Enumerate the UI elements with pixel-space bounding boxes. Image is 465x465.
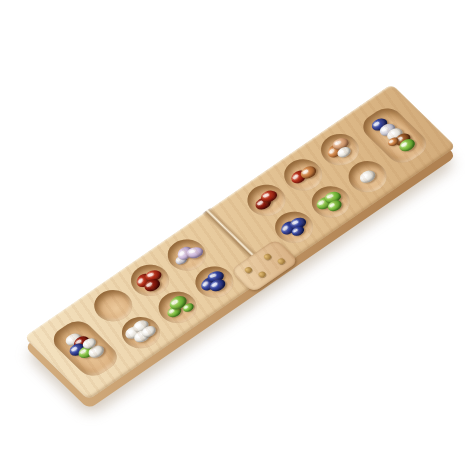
product-photo-stage: mancala [0,0,465,465]
brass-pin-icon [263,253,273,261]
mancala-board [24,84,456,400]
board-caption: mancala [0,0,1,1]
store-right [357,103,433,168]
brass-pin-icon [276,257,286,265]
hinge-strap [230,239,299,293]
brass-pin-icon [243,266,253,274]
board-3d [24,84,456,400]
store-left [47,316,123,381]
stone-clear [357,168,378,185]
brass-pin-icon [257,270,267,278]
